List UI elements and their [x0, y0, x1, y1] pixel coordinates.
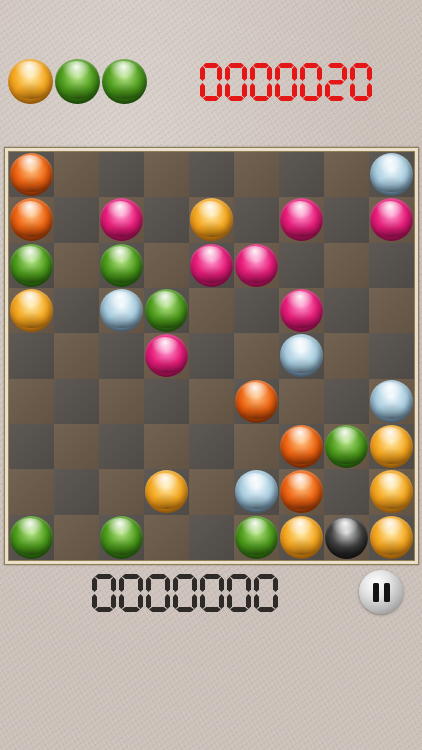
- seven-segment-digit: [275, 63, 297, 101]
- board-cell[interactable]: [144, 197, 189, 242]
- ball-blue[interactable]: [370, 153, 413, 196]
- board-cell[interactable]: [54, 333, 99, 378]
- board-cell[interactable]: [9, 243, 54, 288]
- board-cell[interactable]: [279, 333, 324, 378]
- board-cell[interactable]: [54, 515, 99, 560]
- ball-orange[interactable]: [280, 470, 323, 513]
- ball-green[interactable]: [100, 516, 143, 559]
- board-cell[interactable]: [54, 424, 99, 469]
- board-cell[interactable]: [9, 333, 54, 378]
- ball-pink[interactable]: [190, 244, 233, 287]
- counter-display: [92, 574, 278, 612]
- board-cell[interactable]: [144, 288, 189, 333]
- ball-pink[interactable]: [370, 198, 413, 241]
- seven-segment-digit: [119, 574, 143, 612]
- board-cell[interactable]: [54, 152, 99, 197]
- board-cell[interactable]: [324, 469, 369, 514]
- board-cell[interactable]: [189, 469, 234, 514]
- board-cell[interactable]: [54, 379, 99, 424]
- ball-blue[interactable]: [280, 334, 323, 377]
- board-cell[interactable]: [99, 152, 144, 197]
- pause-icon: [384, 583, 390, 602]
- seven-segment-digit: [227, 574, 251, 612]
- board-cell[interactable]: [99, 379, 144, 424]
- board-cell[interactable]: [99, 515, 144, 560]
- board-cell[interactable]: [189, 152, 234, 197]
- board-cell[interactable]: [234, 379, 279, 424]
- score-display: [200, 63, 372, 101]
- ball-yellow[interactable]: [190, 198, 233, 241]
- board-cell[interactable]: [99, 243, 144, 288]
- ball-green[interactable]: [10, 516, 53, 559]
- board-cell[interactable]: [369, 424, 414, 469]
- ball-yellow[interactable]: [145, 470, 188, 513]
- ball-pink[interactable]: [280, 289, 323, 332]
- board-cell[interactable]: [144, 333, 189, 378]
- board-cell[interactable]: [279, 288, 324, 333]
- ball-green[interactable]: [235, 516, 278, 559]
- board-cell[interactable]: [189, 333, 234, 378]
- board-cell[interactable]: [369, 333, 414, 378]
- board-cell[interactable]: [234, 424, 279, 469]
- board-cell[interactable]: [279, 469, 324, 514]
- pause-icon: [373, 583, 379, 602]
- board-cell[interactable]: [324, 515, 369, 560]
- seven-segment-digit: [173, 574, 197, 612]
- ball-green[interactable]: [10, 244, 53, 287]
- board-cell[interactable]: [9, 515, 54, 560]
- ball-orange[interactable]: [280, 425, 323, 468]
- board-cell[interactable]: [279, 515, 324, 560]
- board-cell[interactable]: [144, 469, 189, 514]
- game-board[interactable]: [8, 151, 415, 561]
- ball-green: [55, 59, 100, 104]
- board-cell[interactable]: [144, 515, 189, 560]
- ball-pink[interactable]: [280, 198, 323, 241]
- seven-segment-digit: [225, 63, 247, 101]
- board-frame: [4, 147, 419, 565]
- board-cell[interactable]: [369, 469, 414, 514]
- next-balls-preview: [8, 59, 147, 104]
- board-cell[interactable]: [234, 152, 279, 197]
- ball-yellow[interactable]: [370, 470, 413, 513]
- board-cell[interactable]: [9, 197, 54, 242]
- board-cell[interactable]: [324, 333, 369, 378]
- seven-segment-digit: [250, 63, 272, 101]
- board-cell[interactable]: [369, 197, 414, 242]
- seven-segment-digit: [254, 574, 278, 612]
- board-cell[interactable]: [279, 152, 324, 197]
- board-cell[interactable]: [369, 288, 414, 333]
- ball-blue[interactable]: [100, 289, 143, 332]
- ball-yellow[interactable]: [370, 516, 413, 559]
- board-cell[interactable]: [369, 243, 414, 288]
- board-cell[interactable]: [54, 243, 99, 288]
- board-cell[interactable]: [9, 152, 54, 197]
- board-cell[interactable]: [234, 197, 279, 242]
- board-cell[interactable]: [279, 197, 324, 242]
- board-cell[interactable]: [234, 333, 279, 378]
- board-cell[interactable]: [189, 288, 234, 333]
- ball-green[interactable]: [145, 289, 188, 332]
- board-cell[interactable]: [189, 379, 234, 424]
- board-cell[interactable]: [234, 515, 279, 560]
- board-cell[interactable]: [369, 379, 414, 424]
- board-cell[interactable]: [144, 243, 189, 288]
- board-cell[interactable]: [189, 515, 234, 560]
- board-cell[interactable]: [369, 152, 414, 197]
- board-cell[interactable]: [144, 424, 189, 469]
- ball-yellow: [8, 59, 53, 104]
- board-cell[interactable]: [99, 469, 144, 514]
- board-cell[interactable]: [324, 152, 369, 197]
- board-cell[interactable]: [324, 197, 369, 242]
- ball-green[interactable]: [325, 425, 368, 468]
- board-cell[interactable]: [369, 515, 414, 560]
- ball-orange[interactable]: [10, 198, 53, 241]
- board-cell[interactable]: [99, 424, 144, 469]
- pause-button[interactable]: [359, 570, 403, 614]
- ball-green[interactable]: [100, 244, 143, 287]
- board-cell[interactable]: [279, 379, 324, 424]
- ball-pink[interactable]: [235, 244, 278, 287]
- ball-yellow[interactable]: [370, 425, 413, 468]
- board-cell[interactable]: [324, 288, 369, 333]
- board-cell[interactable]: [324, 424, 369, 469]
- ball-pink[interactable]: [100, 198, 143, 241]
- board-cell[interactable]: [54, 469, 99, 514]
- board-cell[interactable]: [99, 197, 144, 242]
- board-cell[interactable]: [324, 379, 369, 424]
- board-cell[interactable]: [9, 469, 54, 514]
- board-cell[interactable]: [189, 243, 234, 288]
- seven-segment-digit: [200, 574, 224, 612]
- game-screen: [0, 0, 422, 750]
- seven-segment-digit: [146, 574, 170, 612]
- board-cell[interactable]: [279, 424, 324, 469]
- board-cell[interactable]: [324, 243, 369, 288]
- ball-black[interactable]: [325, 516, 368, 559]
- board-cell[interactable]: [54, 288, 99, 333]
- seven-segment-digit: [200, 63, 222, 101]
- ball-blue[interactable]: [370, 380, 413, 423]
- board-cell[interactable]: [9, 379, 54, 424]
- ball-orange[interactable]: [235, 380, 278, 423]
- ball-yellow[interactable]: [10, 289, 53, 332]
- board-cell[interactable]: [144, 379, 189, 424]
- ball-orange[interactable]: [10, 153, 53, 196]
- board-cell[interactable]: [234, 288, 279, 333]
- board-cell[interactable]: [189, 424, 234, 469]
- board-cell[interactable]: [144, 152, 189, 197]
- board-cell[interactable]: [279, 243, 324, 288]
- ball-green: [102, 59, 147, 104]
- ball-blue[interactable]: [235, 470, 278, 513]
- ball-yellow[interactable]: [280, 516, 323, 559]
- seven-segment-digit: [300, 63, 322, 101]
- board-cell[interactable]: [234, 243, 279, 288]
- board-cell[interactable]: [99, 288, 144, 333]
- seven-segment-digit: [325, 63, 347, 101]
- seven-segment-digit: [92, 574, 116, 612]
- board-cell[interactable]: [9, 288, 54, 333]
- board-cell[interactable]: [99, 333, 144, 378]
- board-cell[interactable]: [54, 197, 99, 242]
- board-cell[interactable]: [9, 424, 54, 469]
- seven-segment-digit: [350, 63, 372, 101]
- board-cell[interactable]: [189, 197, 234, 242]
- board-cell[interactable]: [234, 469, 279, 514]
- ball-pink[interactable]: [145, 334, 188, 377]
